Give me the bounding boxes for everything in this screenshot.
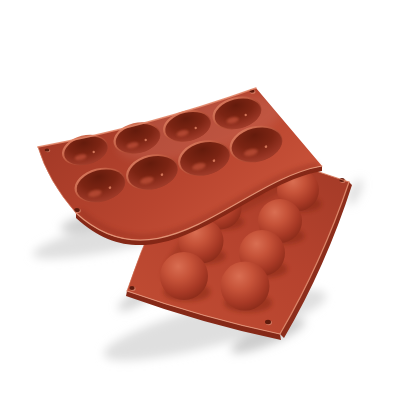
product-photo-stage [0, 0, 400, 400]
product-image [0, 0, 400, 400]
